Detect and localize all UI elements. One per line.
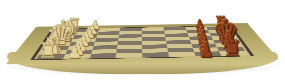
chessboard bbox=[6, 23, 279, 64]
square-a3 bbox=[89, 53, 116, 58]
square-a5 bbox=[142, 52, 169, 57]
square-a7 bbox=[194, 51, 222, 56]
square-a4 bbox=[116, 53, 142, 58]
square-a8 bbox=[219, 51, 248, 56]
board-frame bbox=[6, 23, 279, 64]
board-grid bbox=[36, 26, 248, 59]
chess-set-photo: ♜♞♝♛♚♝♞♜♟♟♟♟♟♟♟♟♟♟♟♟♟♟♟♟♜♞♝♛♚♝♞♜ bbox=[0, 0, 285, 80]
square-a2 bbox=[63, 54, 91, 59]
board-inner-border bbox=[30, 26, 254, 60]
square-a6 bbox=[168, 52, 195, 57]
square-a1 bbox=[36, 54, 65, 59]
